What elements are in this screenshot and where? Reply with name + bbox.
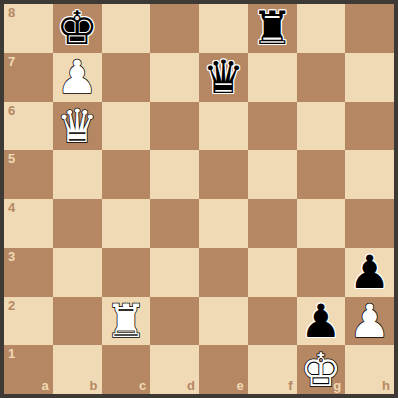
square-d5[interactable] — [150, 150, 199, 199]
file-label-c: c — [139, 379, 146, 392]
rank-label-4: 4 — [8, 201, 15, 214]
rank-label-2: 2 — [8, 299, 15, 312]
square-d6[interactable] — [150, 102, 199, 151]
square-c4[interactable] — [102, 199, 151, 248]
square-h1[interactable]: h — [345, 345, 394, 394]
square-g4[interactable] — [297, 199, 346, 248]
square-c1[interactable]: c — [102, 345, 151, 394]
black-rook[interactable]: ♜ — [252, 5, 293, 51]
rank-label-6: 6 — [8, 104, 15, 117]
square-a3[interactable]: 3 — [4, 248, 53, 297]
square-a1[interactable]: 1a — [4, 345, 53, 394]
square-b5[interactable] — [53, 150, 102, 199]
file-label-h: h — [382, 379, 390, 392]
square-b6[interactable]: ♛ — [53, 102, 102, 151]
square-g3[interactable] — [297, 248, 346, 297]
white-king[interactable]: ♚ — [300, 347, 341, 393]
square-h8[interactable] — [345, 4, 394, 53]
square-g5[interactable] — [297, 150, 346, 199]
chess-board: 8♚♜7♟♛6♛543♟2♜♟♟1abcdefg♚h — [4, 4, 394, 394]
square-c8[interactable] — [102, 4, 151, 53]
square-f8[interactable]: ♜ — [248, 4, 297, 53]
rank-label-3: 3 — [8, 250, 15, 263]
black-pawn[interactable]: ♟ — [300, 298, 341, 344]
white-rook[interactable]: ♜ — [105, 298, 146, 344]
square-d4[interactable] — [150, 199, 199, 248]
square-a6[interactable]: 6 — [4, 102, 53, 151]
square-b3[interactable] — [53, 248, 102, 297]
rank-label-8: 8 — [8, 6, 15, 19]
rank-label-7: 7 — [8, 55, 15, 68]
file-label-b: b — [90, 379, 98, 392]
square-c6[interactable] — [102, 102, 151, 151]
square-e2[interactable] — [199, 297, 248, 346]
square-f5[interactable] — [248, 150, 297, 199]
square-d8[interactable] — [150, 4, 199, 53]
white-pawn[interactable]: ♟ — [349, 298, 390, 344]
square-f4[interactable] — [248, 199, 297, 248]
square-f1[interactable]: f — [248, 345, 297, 394]
white-queen[interactable]: ♛ — [57, 103, 98, 149]
square-b2[interactable] — [53, 297, 102, 346]
square-e1[interactable]: e — [199, 345, 248, 394]
square-b1[interactable]: b — [53, 345, 102, 394]
square-h6[interactable] — [345, 102, 394, 151]
square-e7[interactable]: ♛ — [199, 53, 248, 102]
square-f2[interactable] — [248, 297, 297, 346]
black-pawn[interactable]: ♟ — [349, 249, 390, 295]
square-a7[interactable]: 7 — [4, 53, 53, 102]
chessboard-frame: 8♚♜7♟♛6♛543♟2♜♟♟1abcdefg♚h — [0, 0, 398, 398]
square-g7[interactable] — [297, 53, 346, 102]
square-d3[interactable] — [150, 248, 199, 297]
file-label-e: e — [237, 379, 244, 392]
square-h7[interactable] — [345, 53, 394, 102]
square-g8[interactable] — [297, 4, 346, 53]
file-label-d: d — [187, 379, 195, 392]
square-d2[interactable] — [150, 297, 199, 346]
square-g1[interactable]: g♚ — [297, 345, 346, 394]
black-queen[interactable]: ♛ — [203, 54, 244, 100]
square-b4[interactable] — [53, 199, 102, 248]
rank-label-1: 1 — [8, 347, 15, 360]
square-a5[interactable]: 5 — [4, 150, 53, 199]
file-label-a: a — [42, 379, 49, 392]
square-c3[interactable] — [102, 248, 151, 297]
white-pawn[interactable]: ♟ — [57, 54, 98, 100]
square-a4[interactable]: 4 — [4, 199, 53, 248]
square-h2[interactable]: ♟ — [345, 297, 394, 346]
rank-label-5: 5 — [8, 152, 15, 165]
square-h3[interactable]: ♟ — [345, 248, 394, 297]
square-b8[interactable]: ♚ — [53, 4, 102, 53]
square-e6[interactable] — [199, 102, 248, 151]
square-e8[interactable] — [199, 4, 248, 53]
square-e3[interactable] — [199, 248, 248, 297]
square-c2[interactable]: ♜ — [102, 297, 151, 346]
square-f7[interactable] — [248, 53, 297, 102]
square-h4[interactable] — [345, 199, 394, 248]
square-b7[interactable]: ♟ — [53, 53, 102, 102]
square-c7[interactable] — [102, 53, 151, 102]
square-d7[interactable] — [150, 53, 199, 102]
square-g2[interactable]: ♟ — [297, 297, 346, 346]
square-h5[interactable] — [345, 150, 394, 199]
black-king[interactable]: ♚ — [57, 5, 98, 51]
square-d1[interactable]: d — [150, 345, 199, 394]
square-e4[interactable] — [199, 199, 248, 248]
square-f3[interactable] — [248, 248, 297, 297]
square-c5[interactable] — [102, 150, 151, 199]
square-a2[interactable]: 2 — [4, 297, 53, 346]
file-label-f: f — [288, 379, 292, 392]
square-g6[interactable] — [297, 102, 346, 151]
square-a8[interactable]: 8 — [4, 4, 53, 53]
square-e5[interactable] — [199, 150, 248, 199]
square-f6[interactable] — [248, 102, 297, 151]
